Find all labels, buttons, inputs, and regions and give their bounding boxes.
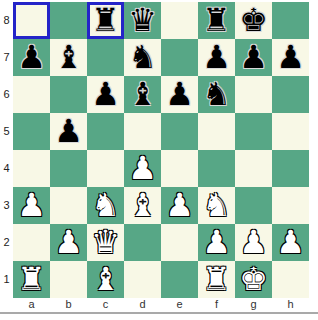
square-c7[interactable] <box>87 39 124 76</box>
rank-label-1: 1 <box>0 261 13 298</box>
piece-black-pawn[interactable]: ♟ <box>54 113 83 150</box>
square-e8[interactable] <box>161 2 198 39</box>
square-h8[interactable] <box>272 2 309 39</box>
piece-white-knight[interactable]: ♞ <box>91 187 120 224</box>
square-a6[interactable] <box>13 76 50 113</box>
square-e4[interactable] <box>161 150 198 187</box>
file-label-g: g <box>235 297 272 311</box>
piece-black-pawn[interactable]: ♟ <box>276 39 305 76</box>
square-b4[interactable] <box>50 150 87 187</box>
rank-label-4: 4 <box>0 150 13 187</box>
piece-white-pawn[interactable]: ♟ <box>54 224 83 261</box>
chess-app-window: 87654321 ♜♛♜♚♟♝♞♟♟♟♟♝♟♞♟♟♟♞♝♟♞♟♛♟♟♟♜♝♜♚ … <box>0 0 318 320</box>
square-g8[interactable]: ♚ <box>235 2 272 39</box>
square-f8[interactable]: ♜ <box>198 2 235 39</box>
square-h3[interactable] <box>272 187 309 224</box>
piece-white-bishop[interactable]: ♝ <box>128 187 157 224</box>
square-g6[interactable] <box>235 76 272 113</box>
square-d4[interactable]: ♟ <box>124 150 161 187</box>
piece-white-pawn[interactable]: ♟ <box>128 150 157 187</box>
square-e3[interactable]: ♟ <box>161 187 198 224</box>
piece-black-pawn[interactable]: ♟ <box>165 76 194 113</box>
square-c6[interactable]: ♟ <box>87 76 124 113</box>
square-a2[interactable] <box>13 224 50 261</box>
rank-label-6: 6 <box>0 76 13 113</box>
square-g2[interactable]: ♟ <box>235 224 272 261</box>
piece-white-pawn[interactable]: ♟ <box>165 187 194 224</box>
file-label-d: d <box>124 297 161 311</box>
square-a7[interactable]: ♟ <box>13 39 50 76</box>
square-e5[interactable] <box>161 113 198 150</box>
file-label-b: b <box>50 297 87 311</box>
square-h7[interactable]: ♟ <box>272 39 309 76</box>
file-label-f: f <box>198 297 235 311</box>
piece-white-pawn[interactable]: ♟ <box>239 224 268 261</box>
square-h4[interactable] <box>272 150 309 187</box>
rank-label-7: 7 <box>0 39 13 76</box>
square-c2[interactable]: ♛ <box>87 224 124 261</box>
square-a1[interactable]: ♜ <box>13 261 50 298</box>
square-f1[interactable]: ♜ <box>198 261 235 298</box>
piece-black-bishop[interactable]: ♝ <box>54 39 83 76</box>
square-b6[interactable] <box>50 76 87 113</box>
square-d3[interactable]: ♝ <box>124 187 161 224</box>
square-a8[interactable] <box>13 2 50 39</box>
rank-labels: 87654321 <box>0 2 13 298</box>
square-d6[interactable]: ♝ <box>124 76 161 113</box>
square-d5[interactable] <box>124 113 161 150</box>
square-g3[interactable] <box>235 187 272 224</box>
piece-white-pawn[interactable]: ♟ <box>276 224 305 261</box>
piece-white-queen[interactable]: ♛ <box>91 224 120 261</box>
file-label-a: a <box>13 297 50 311</box>
square-b2[interactable]: ♟ <box>50 224 87 261</box>
square-b3[interactable] <box>50 187 87 224</box>
piece-black-bishop[interactable]: ♝ <box>128 76 157 113</box>
square-f2[interactable]: ♟ <box>198 224 235 261</box>
piece-black-rook[interactable]: ♜ <box>202 2 231 39</box>
piece-black-rook[interactable]: ♜ <box>91 2 120 39</box>
square-c5[interactable] <box>87 113 124 150</box>
square-c1[interactable]: ♝ <box>87 261 124 298</box>
square-e2[interactable] <box>161 224 198 261</box>
piece-black-pawn[interactable]: ♟ <box>239 39 268 76</box>
square-h1[interactable] <box>272 261 309 298</box>
square-d1[interactable] <box>124 261 161 298</box>
square-a3[interactable]: ♟ <box>13 187 50 224</box>
rank-label-3: 3 <box>0 187 13 224</box>
square-f7[interactable]: ♟ <box>198 39 235 76</box>
square-c4[interactable] <box>87 150 124 187</box>
square-g5[interactable] <box>235 113 272 150</box>
piece-white-knight[interactable]: ♞ <box>202 187 231 224</box>
window-separator-line <box>0 312 318 314</box>
square-d2[interactable] <box>124 224 161 261</box>
piece-black-knight[interactable]: ♞ <box>202 76 231 113</box>
square-a4[interactable] <box>13 150 50 187</box>
piece-black-knight[interactable]: ♞ <box>128 39 157 76</box>
piece-black-pawn[interactable]: ♟ <box>202 39 231 76</box>
square-f3[interactable]: ♞ <box>198 187 235 224</box>
square-g4[interactable] <box>235 150 272 187</box>
file-labels: abcdefgh <box>13 297 309 311</box>
square-b1[interactable] <box>50 261 87 298</box>
piece-white-rook[interactable]: ♜ <box>202 261 231 298</box>
square-b7[interactable]: ♝ <box>50 39 87 76</box>
piece-white-pawn[interactable]: ♟ <box>17 187 46 224</box>
piece-white-pawn[interactable]: ♟ <box>202 224 231 261</box>
square-g1[interactable]: ♚ <box>235 261 272 298</box>
square-f6[interactable]: ♞ <box>198 76 235 113</box>
rank-label-5: 5 <box>0 113 13 150</box>
square-g7[interactable]: ♟ <box>235 39 272 76</box>
piece-white-rook[interactable]: ♜ <box>17 261 46 298</box>
board: ♜♛♜♚♟♝♞♟♟♟♟♝♟♞♟♟♟♞♝♟♞♟♛♟♟♟♜♝♜♚ <box>13 2 309 298</box>
piece-white-bishop[interactable]: ♝ <box>91 261 120 298</box>
file-label-c: c <box>87 297 124 311</box>
square-e1[interactable] <box>161 261 198 298</box>
square-f5[interactable] <box>198 113 235 150</box>
square-c8[interactable]: ♜ <box>87 2 124 39</box>
square-e7[interactable] <box>161 39 198 76</box>
square-e6[interactable]: ♟ <box>161 76 198 113</box>
square-h2[interactable]: ♟ <box>272 224 309 261</box>
square-c3[interactable]: ♞ <box>87 187 124 224</box>
rank-label-2: 2 <box>0 224 13 261</box>
square-b5[interactable]: ♟ <box>50 113 87 150</box>
file-label-h: h <box>272 297 309 311</box>
rank-label-8: 8 <box>0 2 13 39</box>
piece-black-queen[interactable]: ♛ <box>128 2 157 39</box>
square-b8[interactable] <box>50 2 87 39</box>
piece-black-pawn[interactable]: ♟ <box>17 39 46 76</box>
square-d7[interactable]: ♞ <box>124 39 161 76</box>
square-a5[interactable] <box>13 113 50 150</box>
square-h5[interactable] <box>272 113 309 150</box>
piece-black-king[interactable]: ♚ <box>239 2 268 39</box>
piece-white-king[interactable]: ♚ <box>239 261 268 298</box>
square-d8[interactable]: ♛ <box>124 2 161 39</box>
piece-black-pawn[interactable]: ♟ <box>91 76 120 113</box>
file-label-e: e <box>161 297 198 311</box>
square-f4[interactable] <box>198 150 235 187</box>
square-h6[interactable] <box>272 76 309 113</box>
